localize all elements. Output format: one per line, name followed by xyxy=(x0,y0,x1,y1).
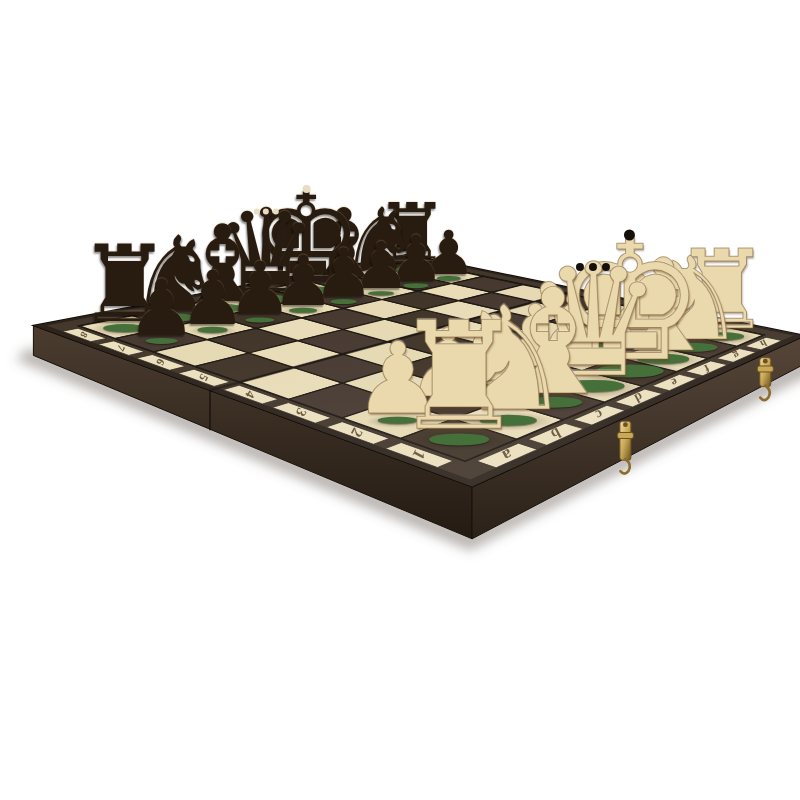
chess-set-photo: 12345678abcdefgh ♜♞♟♝♟♚♟♛♟♝♟♞♟♟♜♟♟♜♟♟♞♟♝… xyxy=(0,0,800,800)
piece-black-pawn-a7: ♟ xyxy=(127,270,197,343)
black-pawn-glyph: ♟ xyxy=(127,270,197,348)
pieces-layer: ♜♞♟♝♟♚♟♛♟♝♟♞♟♟♜♟♟♜♟♟♞♟♝♟♚♟♛♟♝♟♞♜ xyxy=(0,0,800,800)
piece-white-rook-a1: ♜ xyxy=(392,302,526,443)
white-rook-glyph: ♜ xyxy=(392,302,526,452)
